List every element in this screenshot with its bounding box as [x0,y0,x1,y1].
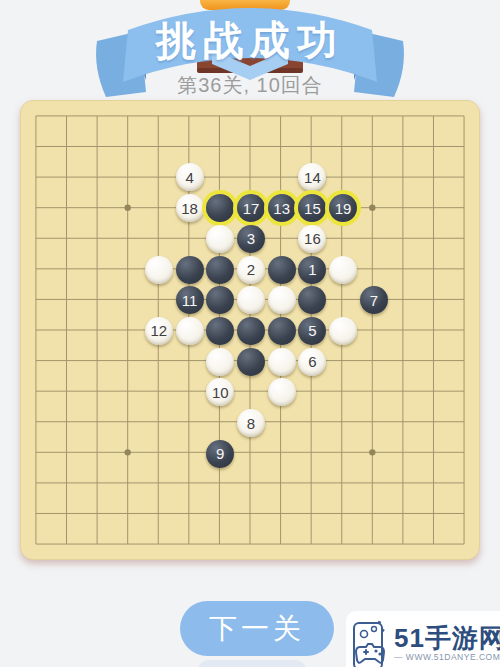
stone-white-2: 2 [237,256,265,284]
stone-black-7: 7 [360,286,388,314]
stone-black-3: 3 [237,225,265,253]
ribbon-fold [212,50,288,80]
ribbon-tail-right [354,31,404,97]
stone-white-6: 6 [298,348,326,376]
stone-black-13: 13 [268,194,296,222]
stone-white [329,317,357,345]
secondary-button-partial[interactable] [198,660,306,667]
stone-white [268,378,296,406]
stone-white-4: 4 [176,163,204,191]
stone-black-1: 1 [298,256,326,284]
phone-gamepad-icon [352,617,390,667]
ribbon-graphic [0,0,500,110]
app-screen: 挑战成功 第36关, 10回合 414181713151931621117125… [0,0,500,667]
success-banner: 挑战成功 第36关, 10回合 [0,0,500,110]
trophy-icon [200,0,290,10]
watermark-url: — WWW.51DANYE.COM — [394,652,500,662]
stone-black [237,348,265,376]
star-point [369,449,375,455]
star-point [124,204,130,210]
star-point [369,204,375,210]
stone-black [176,256,204,284]
stone-white-18: 18 [176,194,204,222]
next-level-button[interactable]: 下一关 [180,601,334,656]
stone-white [145,256,173,284]
stone-white-12: 12 [145,317,173,345]
stone-black [237,317,265,345]
watermark-card: 51手游网 — WWW.51DANYE.COM — [346,611,500,667]
stone-black [268,317,296,345]
stone-white [206,225,234,253]
stone-black-17: 17 [237,194,265,222]
stone-white [206,348,234,376]
banner-title: 挑战成功 [0,13,500,68]
star-point [124,449,130,455]
stone-black-11: 11 [176,286,204,314]
pedestal-bar [197,57,303,72]
watermark-name: 51手游网 [394,621,500,656]
stone-white [268,286,296,314]
ribbon-tail-left [96,31,146,97]
stone-black [206,256,234,284]
stone-white [329,256,357,284]
stone-black-9: 9 [206,440,234,468]
stone-black [268,256,296,284]
ribbon-band [123,8,377,82]
stone-white [268,348,296,376]
gomoku-board[interactable]: 41418171315193162111712561089 [20,100,480,560]
level-round-info: 第36关, 10回合 [0,72,500,99]
stone-white-8: 8 [237,409,265,437]
stone-white [176,317,204,345]
